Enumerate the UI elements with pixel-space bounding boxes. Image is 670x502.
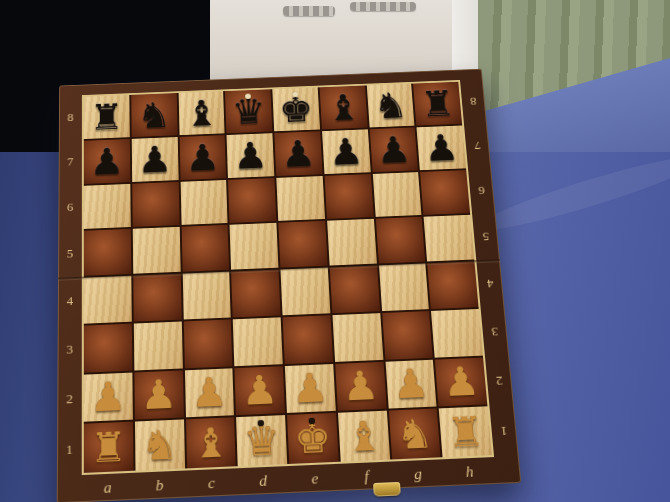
square-a8[interactable]: ♜ <box>84 95 130 139</box>
square-f1[interactable]: ♝ <box>338 411 390 462</box>
square-a7[interactable]: ♟ <box>84 139 130 184</box>
file-label: d <box>237 466 290 495</box>
square-h4[interactable] <box>427 261 478 308</box>
rank-labels-left: 87654321 <box>57 95 82 476</box>
square-h3[interactable] <box>431 309 483 357</box>
black-bishop-piece[interactable]: ♝ <box>184 92 219 134</box>
square-f7[interactable]: ♟ <box>322 129 370 174</box>
rank-label: 2 <box>57 374 82 425</box>
rank-label: 5 <box>472 213 500 261</box>
rank-label: 5 <box>58 230 82 278</box>
square-b6[interactable] <box>132 181 179 227</box>
rank-label: 4 <box>476 259 504 308</box>
square-b2[interactable]: ♟ <box>134 370 183 420</box>
square-d4[interactable] <box>231 270 280 318</box>
square-h7[interactable]: ♟ <box>417 125 466 169</box>
square-a5[interactable] <box>84 229 131 276</box>
rank-label: 3 <box>481 307 509 357</box>
white-queen-piece[interactable]: ♛ <box>242 416 281 465</box>
square-d1[interactable]: ♛ <box>236 415 287 466</box>
square-e8[interactable]: ♚ <box>272 87 319 131</box>
drawer-handle <box>350 2 416 11</box>
file-label: c <box>185 468 238 497</box>
square-h1[interactable]: ♜ <box>439 407 492 458</box>
square-f3[interactable] <box>332 313 383 362</box>
rank-label: 7 <box>59 139 82 185</box>
white-king-piece[interactable]: ♚ <box>293 414 332 462</box>
square-d3[interactable] <box>233 317 283 366</box>
drawer-handle <box>283 6 335 16</box>
black-bishop-piece[interactable]: ♝ <box>325 87 362 129</box>
square-d5[interactable] <box>230 223 279 270</box>
square-g6[interactable] <box>372 172 421 217</box>
square-b3[interactable] <box>134 321 183 370</box>
rank-label: 1 <box>489 405 518 457</box>
white-bishop-piece[interactable]: ♝ <box>192 419 230 468</box>
square-c2[interactable]: ♟ <box>184 368 234 418</box>
file-label: b <box>133 471 185 500</box>
rank-label: 1 <box>57 424 82 476</box>
square-b4[interactable] <box>133 274 181 322</box>
square-c1[interactable]: ♝ <box>186 417 236 468</box>
square-e4[interactable] <box>280 268 330 316</box>
rank-label: 7 <box>464 123 491 169</box>
black-knight-piece[interactable]: ♞ <box>137 94 172 136</box>
square-f6[interactable] <box>324 174 373 220</box>
black-knight-piece[interactable]: ♞ <box>372 85 409 127</box>
square-a3[interactable] <box>84 323 132 372</box>
black-king-piece[interactable]: ♚ <box>278 88 314 130</box>
square-f5[interactable] <box>327 219 377 266</box>
white-pawn-piece[interactable]: ♟ <box>140 371 177 419</box>
square-a1[interactable]: ♜ <box>84 422 133 473</box>
black-pawn-piece[interactable]: ♟ <box>232 134 268 177</box>
rank-label: 8 <box>460 79 487 124</box>
square-g4[interactable] <box>379 263 430 310</box>
board-grid: ♜♞♝♛♚♝♞♜♟♟♟♟♟♟♟♟♟♟♟♟♟♟♟♟♜♞♝♛♚♝♞♜ <box>82 80 494 475</box>
square-d8[interactable]: ♛ <box>225 89 272 133</box>
square-c4[interactable] <box>182 272 231 320</box>
rank-label: 6 <box>58 184 82 231</box>
black-pawn-piece[interactable]: ♟ <box>89 140 124 183</box>
file-label: e <box>288 464 341 493</box>
white-pawn-piece[interactable]: ♟ <box>90 373 127 421</box>
square-a2[interactable]: ♟ <box>84 372 133 422</box>
rank-label: 3 <box>57 325 81 375</box>
white-pawn-piece[interactable]: ♟ <box>190 369 228 417</box>
square-e5[interactable] <box>278 221 327 268</box>
square-b5[interactable] <box>133 227 181 274</box>
square-c5[interactable] <box>181 225 229 272</box>
square-h2[interactable]: ♟ <box>435 357 487 407</box>
file-label: a <box>82 473 134 502</box>
square-a4[interactable] <box>84 276 132 324</box>
square-h6[interactable] <box>420 170 470 215</box>
square-f4[interactable] <box>330 265 380 313</box>
white-rook-piece[interactable]: ♜ <box>445 408 486 456</box>
chess-board-frame: 87654321 87654321 abcdefgh ♜♞♝♛♚♝♞♜♟♟♟♟♟… <box>57 69 522 502</box>
square-g3[interactable] <box>382 311 433 360</box>
white-rook-piece[interactable]: ♜ <box>90 423 127 472</box>
square-c8[interactable]: ♝ <box>178 91 225 135</box>
white-pawn-piece[interactable]: ♟ <box>241 367 279 414</box>
black-pawn-piece[interactable]: ♟ <box>328 130 365 173</box>
black-rook-piece[interactable]: ♜ <box>89 96 123 138</box>
square-c6[interactable] <box>180 179 228 225</box>
square-e1[interactable]: ♚ <box>287 413 338 464</box>
rank-label: 8 <box>59 95 82 140</box>
square-f8[interactable]: ♝ <box>319 86 367 130</box>
rank-label: 4 <box>58 277 82 326</box>
square-b8[interactable]: ♞ <box>131 93 177 137</box>
white-pawn-piece[interactable]: ♟ <box>291 365 330 412</box>
black-pawn-piece[interactable]: ♟ <box>280 132 317 175</box>
square-f2[interactable]: ♟ <box>335 361 386 411</box>
black-queen-piece[interactable]: ♛ <box>231 90 267 132</box>
white-pawn-piece[interactable]: ♟ <box>441 358 481 405</box>
brass-latch <box>373 482 401 497</box>
square-e3[interactable] <box>283 315 333 364</box>
white-pawn-piece[interactable]: ♟ <box>391 360 431 407</box>
square-g5[interactable] <box>375 217 425 263</box>
white-bishop-piece[interactable]: ♝ <box>344 412 384 460</box>
square-g2[interactable]: ♟ <box>385 359 437 409</box>
file-label: h <box>443 457 497 486</box>
square-d2[interactable]: ♟ <box>235 366 285 416</box>
black-pawn-piece[interactable]: ♟ <box>137 138 172 181</box>
square-c7[interactable]: ♟ <box>179 135 226 180</box>
black-pawn-piece[interactable]: ♟ <box>185 136 221 179</box>
square-g1[interactable]: ♞ <box>388 409 440 460</box>
square-d6[interactable] <box>228 178 276 224</box>
white-pawn-piece[interactable]: ♟ <box>341 362 380 409</box>
square-g8[interactable]: ♞ <box>366 84 414 128</box>
photo-scene: 87654321 87654321 abcdefgh ♜♞♝♛♚♝♞♜♟♟♟♟♟… <box>0 0 670 502</box>
square-c3[interactable] <box>183 319 232 368</box>
black-pawn-piece[interactable]: ♟ <box>375 128 412 170</box>
square-b7[interactable]: ♟ <box>131 137 178 182</box>
black-pawn-piece[interactable]: ♟ <box>422 126 460 168</box>
white-knight-piece[interactable]: ♞ <box>394 410 434 458</box>
square-e2[interactable]: ♟ <box>285 364 336 414</box>
square-h8[interactable]: ♜ <box>413 82 462 126</box>
square-a6[interactable] <box>84 183 131 229</box>
square-e7[interactable]: ♟ <box>274 131 322 176</box>
rank-label: 2 <box>485 355 514 406</box>
white-knight-piece[interactable]: ♞ <box>141 421 179 470</box>
square-h5[interactable] <box>424 215 474 261</box>
rank-label: 6 <box>468 167 495 214</box>
square-b1[interactable]: ♞ <box>135 420 185 471</box>
black-rook-piece[interactable]: ♜ <box>419 83 456 125</box>
square-d7[interactable]: ♟ <box>227 133 275 178</box>
square-e6[interactable] <box>276 176 325 222</box>
square-g7[interactable]: ♟ <box>369 127 418 172</box>
